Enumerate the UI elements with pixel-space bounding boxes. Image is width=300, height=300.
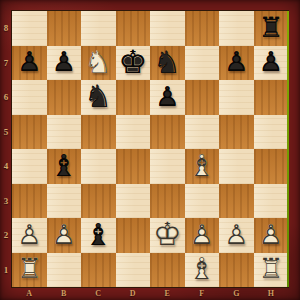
pawn-outline-glyph: ♙ <box>12 217 47 252</box>
pawn-outline-glyph: ♙ <box>47 217 82 252</box>
pawn-outline-glyph: ♙ <box>254 217 289 252</box>
pawn-outline-glyph: ♙ <box>185 217 220 252</box>
square-g5[interactable] <box>219 115 254 150</box>
square-b3[interactable] <box>47 184 82 219</box>
square-f6[interactable] <box>185 80 220 115</box>
square-f5[interactable] <box>185 115 220 150</box>
white-knight[interactable]: ♞♘ <box>81 46 116 81</box>
black-king[interactable]: ♚♔ <box>116 46 151 81</box>
chess-diagram: ♜♖♟♙♟♙♞♘♚♔♞♘♟♙♟♙♞♘♟♙♝♗♝♗♟♙♟♙♝♗♚♔♟♙♟♙♟♙♜♖… <box>0 0 300 300</box>
square-e8[interactable] <box>150 11 185 46</box>
square-d5[interactable] <box>116 115 151 150</box>
black-pawn[interactable]: ♟♙ <box>47 46 82 81</box>
rank-label-4: 4 <box>0 149 12 184</box>
square-g6[interactable] <box>219 80 254 115</box>
square-h6[interactable] <box>254 80 289 115</box>
square-b5[interactable] <box>47 115 82 150</box>
file-label-g: G <box>219 287 254 300</box>
square-g1[interactable] <box>219 253 254 288</box>
square-g8[interactable] <box>219 11 254 46</box>
square-c4[interactable] <box>81 149 116 184</box>
file-label-c: C <box>81 287 116 300</box>
bishop-outline-glyph: ♗ <box>47 148 82 183</box>
square-a7[interactable]: ♟♙ <box>12 46 47 81</box>
square-h8[interactable]: ♜♖ <box>254 11 289 46</box>
square-f3[interactable] <box>185 184 220 219</box>
square-b7[interactable]: ♟♙ <box>47 46 82 81</box>
square-e1[interactable] <box>150 253 185 288</box>
white-rook[interactable]: ♜♖ <box>254 253 289 288</box>
bishop-outline-glyph: ♗ <box>185 148 220 183</box>
white-pawn[interactable]: ♟♙ <box>219 218 254 253</box>
square-h7[interactable]: ♟♙ <box>254 46 289 81</box>
file-label-h: H <box>254 287 289 300</box>
square-d3[interactable] <box>116 184 151 219</box>
file-label-d: D <box>116 287 151 300</box>
rank-label-3: 3 <box>0 184 12 219</box>
file-label-a: A <box>12 287 47 300</box>
square-a5[interactable] <box>12 115 47 150</box>
square-e5[interactable] <box>150 115 185 150</box>
king-outline-glyph: ♔ <box>150 217 185 252</box>
black-knight[interactable]: ♞♘ <box>81 80 116 115</box>
king-outline-glyph: ♔ <box>116 45 151 80</box>
square-a8[interactable] <box>12 11 47 46</box>
bishop-outline-glyph: ♗ <box>81 217 116 252</box>
square-c3[interactable] <box>81 184 116 219</box>
square-g4[interactable] <box>219 149 254 184</box>
square-g2[interactable]: ♟♙ <box>219 218 254 253</box>
black-pawn[interactable]: ♟♙ <box>12 46 47 81</box>
file-label-f: F <box>185 287 220 300</box>
white-pawn[interactable]: ♟♙ <box>47 218 82 253</box>
square-d4[interactable] <box>116 149 151 184</box>
square-g3[interactable] <box>219 184 254 219</box>
square-b1[interactable] <box>47 253 82 288</box>
white-pawn[interactable]: ♟♙ <box>12 218 47 253</box>
square-e7[interactable]: ♞♘ <box>150 46 185 81</box>
square-h1[interactable]: ♜♖ <box>254 253 289 288</box>
square-h3[interactable] <box>254 184 289 219</box>
rank-label-2: 2 <box>0 218 12 253</box>
square-a4[interactable] <box>12 149 47 184</box>
square-b4[interactable]: ♝♗ <box>47 149 82 184</box>
square-f4[interactable]: ♝♗ <box>185 149 220 184</box>
square-a1[interactable]: ♜♖ <box>12 253 47 288</box>
square-c2[interactable]: ♝♗ <box>81 218 116 253</box>
pawn-outline-glyph: ♙ <box>12 45 47 80</box>
file-label-e: E <box>150 287 185 300</box>
pawn-outline-glyph: ♙ <box>150 79 185 114</box>
square-e4[interactable] <box>150 149 185 184</box>
square-d7[interactable]: ♚♔ <box>116 46 151 81</box>
black-knight[interactable]: ♞♘ <box>150 46 185 81</box>
square-d8[interactable] <box>116 11 151 46</box>
square-g7[interactable]: ♟♙ <box>219 46 254 81</box>
pawn-outline-glyph: ♙ <box>47 45 82 80</box>
square-h5[interactable] <box>254 115 289 150</box>
chess-board: ♜♖♟♙♟♙♞♘♚♔♞♘♟♙♟♙♞♘♟♙♝♗♝♗♟♙♟♙♝♗♚♔♟♙♟♙♟♙♜♖… <box>12 11 288 287</box>
square-c7[interactable]: ♞♘ <box>81 46 116 81</box>
square-c5[interactable] <box>81 115 116 150</box>
rank-label-6: 6 <box>0 80 12 115</box>
white-rook[interactable]: ♜♖ <box>12 253 47 288</box>
square-c6[interactable]: ♞♘ <box>81 80 116 115</box>
square-a6[interactable] <box>12 80 47 115</box>
pawn-outline-glyph: ♙ <box>219 45 254 80</box>
square-c8[interactable] <box>81 11 116 46</box>
rook-outline-glyph: ♖ <box>254 10 289 45</box>
white-bishop[interactable]: ♝♗ <box>185 253 220 288</box>
white-king[interactable]: ♚♔ <box>150 218 185 253</box>
square-f2[interactable]: ♟♙ <box>185 218 220 253</box>
white-pawn[interactable]: ♟♙ <box>185 218 220 253</box>
rank-label-1: 1 <box>0 253 12 288</box>
black-pawn[interactable]: ♟♙ <box>150 80 185 115</box>
square-b2[interactable]: ♟♙ <box>47 218 82 253</box>
square-e3[interactable] <box>150 184 185 219</box>
rank-label-7: 7 <box>0 46 12 81</box>
knight-outline-glyph: ♘ <box>81 79 116 114</box>
square-b6[interactable] <box>47 80 82 115</box>
white-bishop[interactable]: ♝♗ <box>185 149 220 184</box>
square-h2[interactable]: ♟♙ <box>254 218 289 253</box>
pawn-outline-glyph: ♙ <box>219 217 254 252</box>
square-f7[interactable] <box>185 46 220 81</box>
square-a2[interactable]: ♟♙ <box>12 218 47 253</box>
white-pawn[interactable]: ♟♙ <box>254 218 289 253</box>
black-bishop[interactable]: ♝♗ <box>81 218 116 253</box>
black-bishop[interactable]: ♝♗ <box>47 149 82 184</box>
square-e6[interactable]: ♟♙ <box>150 80 185 115</box>
black-rook[interactable]: ♜♖ <box>254 11 289 46</box>
rank-label-8: 8 <box>0 11 12 46</box>
square-b8[interactable] <box>47 11 82 46</box>
knight-outline-glyph: ♘ <box>150 45 185 80</box>
rook-outline-glyph: ♖ <box>254 252 289 287</box>
square-f8[interactable] <box>185 11 220 46</box>
square-d2[interactable] <box>116 218 151 253</box>
bishop-outline-glyph: ♗ <box>185 252 220 287</box>
rook-outline-glyph: ♖ <box>12 252 47 287</box>
square-c1[interactable] <box>81 253 116 288</box>
knight-outline-glyph: ♘ <box>81 45 116 80</box>
pawn-outline-glyph: ♙ <box>254 45 289 80</box>
file-label-b: B <box>47 287 82 300</box>
square-d6[interactable] <box>116 80 151 115</box>
square-e2[interactable]: ♚♔ <box>150 218 185 253</box>
square-f1[interactable]: ♝♗ <box>185 253 220 288</box>
black-pawn[interactable]: ♟♙ <box>219 46 254 81</box>
square-d1[interactable] <box>116 253 151 288</box>
square-h4[interactable] <box>254 149 289 184</box>
rank-label-5: 5 <box>0 115 12 150</box>
square-a3[interactable] <box>12 184 47 219</box>
black-pawn[interactable]: ♟♙ <box>254 46 289 81</box>
board-edge-highlight <box>287 11 289 287</box>
